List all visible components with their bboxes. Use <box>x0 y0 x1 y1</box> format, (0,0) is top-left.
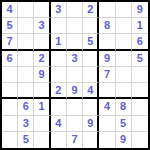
sudoku-cell-r2c7[interactable]: 8 <box>99 18 115 34</box>
sudoku-cell-r3c2[interactable] <box>18 34 34 50</box>
given-digit: 9 <box>87 118 93 129</box>
sudoku-cell-r9c4[interactable] <box>51 132 67 148</box>
given-digit: 3 <box>71 53 77 64</box>
given-digit: 8 <box>120 101 126 112</box>
sudoku-cell-r3c1[interactable]: 7 <box>2 34 18 50</box>
sudoku-cell-r3c3[interactable] <box>34 34 50 50</box>
sudoku-cell-r6c8[interactable] <box>116 83 132 99</box>
given-digit: 1 <box>55 36 61 47</box>
sudoku-cell-r7c3[interactable]: 1 <box>34 99 50 115</box>
given-digit: 1 <box>137 20 143 31</box>
sudoku-cell-r6c3[interactable] <box>34 83 50 99</box>
sudoku-cell-r9c6[interactable] <box>83 132 99 148</box>
sudoku-cell-r3c9[interactable]: 6 <box>132 34 148 50</box>
sudoku-cell-r6c7[interactable] <box>99 83 115 99</box>
sudoku-cell-r2c6[interactable] <box>83 18 99 34</box>
sudoku-cell-r8c7[interactable] <box>99 116 115 132</box>
sudoku-cell-r3c6[interactable]: 5 <box>83 34 99 50</box>
sudoku-cell-r7c7[interactable]: 4 <box>99 99 115 115</box>
sudoku-cell-r2c4[interactable] <box>51 18 67 34</box>
sudoku-cell-r2c3[interactable]: 3 <box>34 18 50 34</box>
sudoku-cell-r5c5[interactable] <box>67 67 83 83</box>
sudoku-cell-r5c9[interactable] <box>132 67 148 83</box>
given-digit: 9 <box>120 134 126 145</box>
given-digit: 1 <box>38 101 44 112</box>
sudoku-cell-r9c3[interactable] <box>34 132 50 148</box>
sudoku-cell-r5c2[interactable] <box>18 67 34 83</box>
sudoku-cell-r9c1[interactable] <box>2 132 18 148</box>
sudoku-cell-r5c3[interactable]: 9 <box>34 67 50 83</box>
sudoku-cell-r4c7[interactable]: 9 <box>99 51 115 67</box>
sudoku-cell-r1c3[interactable] <box>34 2 50 18</box>
sudoku-cell-r3c7[interactable] <box>99 34 115 50</box>
given-digit: 2 <box>87 4 93 15</box>
sudoku-cell-r6c5[interactable]: 9 <box>67 83 83 99</box>
sudoku-cell-r7c9[interactable] <box>132 99 148 115</box>
sudoku-cell-r1c2[interactable] <box>18 2 34 18</box>
given-digit: 5 <box>137 53 143 64</box>
sudoku-cell-r2c1[interactable]: 5 <box>2 18 18 34</box>
sudoku-cell-r1c9[interactable]: 9 <box>132 2 148 18</box>
sudoku-cell-r6c2[interactable] <box>18 83 34 99</box>
sudoku-cell-r4c3[interactable]: 2 <box>34 51 50 67</box>
given-digit: 9 <box>38 69 44 80</box>
given-digit: 3 <box>38 20 44 31</box>
sudoku-cell-r3c4[interactable]: 1 <box>51 34 67 50</box>
sudoku-cell-r5c4[interactable] <box>51 67 67 83</box>
sudoku-cell-r9c7[interactable] <box>99 132 115 148</box>
sudoku-cell-r8c4[interactable]: 4 <box>51 116 67 132</box>
sudoku-cell-r1c6[interactable]: 2 <box>83 2 99 18</box>
sudoku-cell-r1c1[interactable]: 4 <box>2 2 18 18</box>
given-digit: 6 <box>7 53 13 64</box>
sudoku-cell-r8c5[interactable] <box>67 116 83 132</box>
given-digit: 8 <box>104 20 110 31</box>
given-digit: 3 <box>55 4 61 15</box>
given-digit: 5 <box>23 134 29 145</box>
sudoku-cell-r6c9[interactable] <box>132 83 148 99</box>
sudoku-cell-r7c8[interactable]: 8 <box>116 99 132 115</box>
sudoku-cell-r2c5[interactable] <box>67 18 83 34</box>
sudoku-cell-r8c6[interactable]: 9 <box>83 116 99 132</box>
sudoku-cell-r4c6[interactable] <box>83 51 99 67</box>
given-digit: 4 <box>104 101 110 112</box>
sudoku-cell-r7c2[interactable]: 6 <box>18 99 34 115</box>
sudoku-cell-r8c3[interactable] <box>34 116 50 132</box>
sudoku-cell-r6c6[interactable]: 4 <box>83 83 99 99</box>
given-digit: 2 <box>38 53 44 64</box>
sudoku-cell-r4c8[interactable] <box>116 51 132 67</box>
sudoku-cell-r7c6[interactable] <box>83 99 99 115</box>
sudoku-cell-r9c2[interactable]: 5 <box>18 132 34 148</box>
sudoku-cell-r7c5[interactable] <box>67 99 83 115</box>
sudoku-cell-r1c8[interactable] <box>116 2 132 18</box>
sudoku-cell-r1c7[interactable] <box>99 2 115 18</box>
sudoku-cell-r7c1[interactable] <box>2 99 18 115</box>
sudoku-cell-r4c4[interactable] <box>51 51 67 67</box>
given-digit: 5 <box>120 118 126 129</box>
sudoku-cell-r6c4[interactable]: 2 <box>51 83 67 99</box>
given-digit: 4 <box>87 85 93 96</box>
given-digit: 4 <box>7 4 13 15</box>
sudoku-cell-r8c8[interactable]: 5 <box>116 116 132 132</box>
given-digit: 5 <box>7 20 13 31</box>
sudoku-cell-r9c8[interactable]: 9 <box>116 132 132 148</box>
given-digit: 2 <box>55 85 61 96</box>
sudoku-cell-r8c1[interactable] <box>2 116 18 132</box>
sudoku-board: 432953817156623959729461483495579 <box>0 0 150 150</box>
sudoku-cell-r3c5[interactable] <box>67 34 83 50</box>
sudoku-cell-r4c2[interactable] <box>18 51 34 67</box>
given-digit: 9 <box>71 85 77 96</box>
sudoku-cell-r4c1[interactable]: 6 <box>2 51 18 67</box>
given-digit: 4 <box>55 118 61 129</box>
sudoku-cell-r7c4[interactable] <box>51 99 67 115</box>
given-digit: 6 <box>23 101 29 112</box>
sudoku-cell-r2c2[interactable] <box>18 18 34 34</box>
given-digit: 7 <box>71 134 77 145</box>
sudoku-cell-r2c9[interactable]: 1 <box>132 18 148 34</box>
sudoku-cell-r6c1[interactable] <box>2 83 18 99</box>
given-digit: 9 <box>137 4 143 15</box>
sudoku-cell-r1c5[interactable] <box>67 2 83 18</box>
sudoku-cell-r8c2[interactable]: 3 <box>18 116 34 132</box>
sudoku-cell-r1c4[interactable]: 3 <box>51 2 67 18</box>
sudoku-cell-r9c9[interactable] <box>132 132 148 148</box>
given-digit: 5 <box>87 36 93 47</box>
sudoku-cell-r4c9[interactable]: 5 <box>132 51 148 67</box>
sudoku-cell-r5c1[interactable] <box>2 67 18 83</box>
given-digit: 7 <box>7 36 13 47</box>
sudoku-cell-r4c5[interactable]: 3 <box>67 51 83 67</box>
given-digit: 9 <box>104 53 110 64</box>
given-digit: 7 <box>104 69 110 80</box>
sudoku-cell-r8c9[interactable] <box>132 116 148 132</box>
sudoku-cell-r5c6[interactable] <box>83 67 99 83</box>
given-digit: 6 <box>137 36 143 47</box>
sudoku-cell-r9c5[interactable]: 7 <box>67 132 83 148</box>
sudoku-cell-r5c8[interactable] <box>116 67 132 83</box>
sudoku-cell-r3c8[interactable] <box>116 34 132 50</box>
sudoku-cell-r5c7[interactable]: 7 <box>99 67 115 83</box>
given-digit: 3 <box>23 118 29 129</box>
sudoku-cell-r2c8[interactable] <box>116 18 132 34</box>
